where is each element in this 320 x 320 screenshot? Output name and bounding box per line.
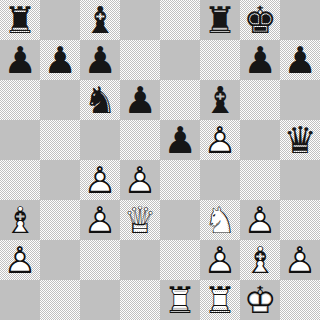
square-a3[interactable]: ♝♗ bbox=[0, 200, 40, 240]
white-rook-icon: ♖ bbox=[160, 280, 200, 320]
square-d4[interactable]: ♟♙ bbox=[120, 160, 160, 200]
square-h6[interactable] bbox=[280, 80, 320, 120]
square-a5[interactable] bbox=[0, 120, 40, 160]
piece-white-pawn[interactable]: ♟♙ bbox=[280, 240, 320, 280]
square-d1[interactable] bbox=[120, 280, 160, 320]
square-g1[interactable]: ♚♔ bbox=[240, 280, 280, 320]
black-pawn-icon: ♟ bbox=[240, 40, 280, 80]
square-f4[interactable] bbox=[200, 160, 240, 200]
square-a7[interactable]: ♟ bbox=[0, 40, 40, 80]
white-pawn-icon: ♙ bbox=[80, 160, 120, 200]
square-e2[interactable] bbox=[160, 240, 200, 280]
piece-white-pawn[interactable]: ♟♙ bbox=[0, 240, 40, 280]
square-c6[interactable]: ♞ bbox=[80, 80, 120, 120]
black-pawn-icon: ♟ bbox=[80, 40, 120, 80]
piece-white-rook[interactable]: ♜♖ bbox=[160, 280, 200, 320]
square-e1[interactable]: ♜♖ bbox=[160, 280, 200, 320]
square-f1[interactable]: ♜♖ bbox=[200, 280, 240, 320]
square-g2[interactable]: ♝♗ bbox=[240, 240, 280, 280]
square-b7[interactable]: ♟ bbox=[40, 40, 80, 80]
black-rook-icon: ♜ bbox=[0, 0, 40, 40]
white-knight-icon: ♘ bbox=[200, 200, 240, 240]
square-h2[interactable]: ♟♙ bbox=[280, 240, 320, 280]
piece-black-king[interactable]: ♚ bbox=[240, 0, 280, 40]
white-pawn-icon: ♙ bbox=[0, 240, 40, 280]
square-d7[interactable] bbox=[120, 40, 160, 80]
piece-white-pawn[interactable]: ♟♙ bbox=[200, 120, 240, 160]
piece-black-pawn[interactable]: ♟ bbox=[40, 40, 80, 80]
square-e3[interactable] bbox=[160, 200, 200, 240]
square-f5[interactable]: ♟♙ bbox=[200, 120, 240, 160]
piece-black-bishop[interactable]: ♝ bbox=[200, 80, 240, 120]
square-h5[interactable]: ♛ bbox=[280, 120, 320, 160]
square-f3[interactable]: ♞♘ bbox=[200, 200, 240, 240]
square-e5[interactable]: ♟ bbox=[160, 120, 200, 160]
square-g3[interactable]: ♟♙ bbox=[240, 200, 280, 240]
black-bishop-icon: ♝ bbox=[80, 0, 120, 40]
square-c7[interactable]: ♟ bbox=[80, 40, 120, 80]
piece-black-pawn[interactable]: ♟ bbox=[280, 40, 320, 80]
square-c3[interactable]: ♟♙ bbox=[80, 200, 120, 240]
piece-black-rook[interactable]: ♜ bbox=[0, 0, 40, 40]
square-e6[interactable] bbox=[160, 80, 200, 120]
square-e4[interactable] bbox=[160, 160, 200, 200]
piece-black-bishop[interactable]: ♝ bbox=[80, 0, 120, 40]
piece-white-bishop[interactable]: ♝♗ bbox=[0, 200, 40, 240]
square-f2[interactable]: ♟♙ bbox=[200, 240, 240, 280]
square-d2[interactable] bbox=[120, 240, 160, 280]
white-pawn-icon: ♙ bbox=[200, 240, 240, 280]
piece-white-pawn[interactable]: ♟♙ bbox=[120, 160, 160, 200]
piece-white-bishop[interactable]: ♝♗ bbox=[240, 240, 280, 280]
piece-white-queen[interactable]: ♛♕ bbox=[120, 200, 160, 240]
square-g8[interactable]: ♚ bbox=[240, 0, 280, 40]
piece-white-pawn[interactable]: ♟♙ bbox=[80, 160, 120, 200]
square-d5[interactable] bbox=[120, 120, 160, 160]
piece-white-pawn[interactable]: ♟♙ bbox=[200, 240, 240, 280]
square-d3[interactable]: ♛♕ bbox=[120, 200, 160, 240]
square-b8[interactable] bbox=[40, 0, 80, 40]
white-king-icon: ♔ bbox=[240, 280, 280, 320]
square-a4[interactable] bbox=[0, 160, 40, 200]
square-b2[interactable] bbox=[40, 240, 80, 280]
square-b4[interactable] bbox=[40, 160, 80, 200]
square-a6[interactable] bbox=[0, 80, 40, 120]
square-e7[interactable] bbox=[160, 40, 200, 80]
black-pawn-icon: ♟ bbox=[120, 80, 160, 120]
square-g6[interactable] bbox=[240, 80, 280, 120]
white-bishop-icon: ♗ bbox=[0, 200, 40, 240]
piece-black-pawn[interactable]: ♟ bbox=[80, 40, 120, 80]
white-bishop-icon: ♗ bbox=[240, 240, 280, 280]
square-a1[interactable] bbox=[0, 280, 40, 320]
piece-black-rook[interactable]: ♜ bbox=[200, 0, 240, 40]
square-c1[interactable] bbox=[80, 280, 120, 320]
square-f8[interactable]: ♜ bbox=[200, 0, 240, 40]
square-b1[interactable] bbox=[40, 280, 80, 320]
square-c4[interactable]: ♟♙ bbox=[80, 160, 120, 200]
square-b6[interactable] bbox=[40, 80, 80, 120]
square-b3[interactable] bbox=[40, 200, 80, 240]
black-pawn-icon: ♟ bbox=[40, 40, 80, 80]
white-pawn-icon: ♙ bbox=[80, 200, 120, 240]
piece-white-king[interactable]: ♚♔ bbox=[240, 280, 280, 320]
piece-white-rook[interactable]: ♜♖ bbox=[200, 280, 240, 320]
square-d8[interactable] bbox=[120, 0, 160, 40]
piece-black-knight[interactable]: ♞ bbox=[80, 80, 120, 120]
square-a8[interactable]: ♜ bbox=[0, 0, 40, 40]
square-c8[interactable]: ♝ bbox=[80, 0, 120, 40]
square-h8[interactable] bbox=[280, 0, 320, 40]
piece-black-queen[interactable]: ♛ bbox=[280, 120, 320, 160]
square-c2[interactable] bbox=[80, 240, 120, 280]
white-pawn-icon: ♙ bbox=[120, 160, 160, 200]
square-e8[interactable] bbox=[160, 0, 200, 40]
black-pawn-icon: ♟ bbox=[160, 120, 200, 160]
white-pawn-icon: ♙ bbox=[280, 240, 320, 280]
white-pawn-icon: ♙ bbox=[200, 120, 240, 160]
black-bishop-icon: ♝ bbox=[200, 80, 240, 120]
square-g4[interactable] bbox=[240, 160, 280, 200]
black-king-icon: ♚ bbox=[240, 0, 280, 40]
square-f6[interactable]: ♝ bbox=[200, 80, 240, 120]
black-pawn-icon: ♟ bbox=[280, 40, 320, 80]
square-h3[interactable] bbox=[280, 200, 320, 240]
square-a2[interactable]: ♟♙ bbox=[0, 240, 40, 280]
chess-board: ♜♝♜♚♟♟♟♟♟♞♟♝♟♟♙♛♟♙♟♙♝♗♟♙♛♕♞♘♟♙♟♙♟♙♝♗♟♙♜♖… bbox=[0, 0, 320, 320]
piece-black-pawn[interactable]: ♟ bbox=[120, 80, 160, 120]
white-queen-icon: ♕ bbox=[120, 200, 160, 240]
piece-black-pawn[interactable]: ♟ bbox=[240, 40, 280, 80]
piece-black-pawn[interactable]: ♟ bbox=[0, 40, 40, 80]
white-pawn-icon: ♙ bbox=[240, 200, 280, 240]
square-d6[interactable]: ♟ bbox=[120, 80, 160, 120]
black-knight-icon: ♞ bbox=[80, 80, 120, 120]
square-g5[interactable] bbox=[240, 120, 280, 160]
square-h1[interactable] bbox=[280, 280, 320, 320]
white-rook-icon: ♖ bbox=[200, 280, 240, 320]
piece-white-pawn[interactable]: ♟♙ bbox=[240, 200, 280, 240]
square-b5[interactable] bbox=[40, 120, 80, 160]
square-h4[interactable] bbox=[280, 160, 320, 200]
piece-white-knight[interactable]: ♞♘ bbox=[200, 200, 240, 240]
square-g7[interactable]: ♟ bbox=[240, 40, 280, 80]
black-queen-icon: ♛ bbox=[280, 120, 320, 160]
piece-black-pawn[interactable]: ♟ bbox=[160, 120, 200, 160]
black-rook-icon: ♜ bbox=[200, 0, 240, 40]
square-f7[interactable] bbox=[200, 40, 240, 80]
black-pawn-icon: ♟ bbox=[0, 40, 40, 80]
square-c5[interactable] bbox=[80, 120, 120, 160]
square-h7[interactable]: ♟ bbox=[280, 40, 320, 80]
piece-white-pawn[interactable]: ♟♙ bbox=[80, 200, 120, 240]
